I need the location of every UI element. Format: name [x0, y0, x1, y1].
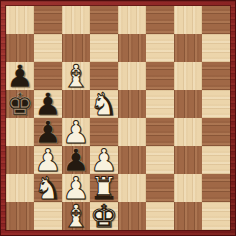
- square-a2[interactable]: [6, 174, 34, 202]
- square-h1[interactable]: [202, 202, 230, 230]
- chess-board: ♟♝♚♟♞♟♟♟♟♟♞♟♜♝♚: [6, 6, 230, 230]
- square-d1[interactable]: ♚: [90, 202, 118, 230]
- square-g4[interactable]: [174, 118, 202, 146]
- square-h3[interactable]: [202, 146, 230, 174]
- white-knight-b2[interactable]: ♞: [34, 174, 62, 202]
- square-f6[interactable]: [146, 62, 174, 90]
- square-f3[interactable]: [146, 146, 174, 174]
- square-f1[interactable]: [146, 202, 174, 230]
- square-g6[interactable]: [174, 62, 202, 90]
- white-knight-d5[interactable]: ♞: [90, 90, 118, 118]
- square-e2[interactable]: [118, 174, 146, 202]
- square-d7[interactable]: [90, 34, 118, 62]
- board-frame: ♟♝♚♟♞♟♟♟♟♟♞♟♜♝♚: [0, 0, 236, 236]
- square-a4[interactable]: [6, 118, 34, 146]
- square-b1[interactable]: [34, 202, 62, 230]
- square-h5[interactable]: [202, 90, 230, 118]
- square-b8[interactable]: [34, 6, 62, 34]
- square-g2[interactable]: [174, 174, 202, 202]
- square-g1[interactable]: [174, 202, 202, 230]
- square-g8[interactable]: [174, 6, 202, 34]
- square-c8[interactable]: [62, 6, 90, 34]
- square-a8[interactable]: [6, 6, 34, 34]
- square-f2[interactable]: [146, 174, 174, 202]
- square-h4[interactable]: [202, 118, 230, 146]
- square-h7[interactable]: [202, 34, 230, 62]
- square-e1[interactable]: [118, 202, 146, 230]
- square-e6[interactable]: [118, 62, 146, 90]
- square-h8[interactable]: [202, 6, 230, 34]
- square-e5[interactable]: [118, 90, 146, 118]
- square-f8[interactable]: [146, 6, 174, 34]
- square-g3[interactable]: [174, 146, 202, 174]
- square-f4[interactable]: [146, 118, 174, 146]
- square-b7[interactable]: [34, 34, 62, 62]
- square-e4[interactable]: [118, 118, 146, 146]
- square-d8[interactable]: [90, 6, 118, 34]
- square-g5[interactable]: [174, 90, 202, 118]
- square-h2[interactable]: [202, 174, 230, 202]
- square-f5[interactable]: [146, 90, 174, 118]
- square-a1[interactable]: [6, 202, 34, 230]
- square-g7[interactable]: [174, 34, 202, 62]
- square-c6[interactable]: ♝: [62, 62, 90, 90]
- white-king-d1[interactable]: ♚: [90, 202, 118, 230]
- white-bishop-c1[interactable]: ♝: [62, 202, 90, 230]
- square-d5[interactable]: ♞: [90, 90, 118, 118]
- white-bishop-c6[interactable]: ♝: [62, 62, 90, 90]
- square-b2[interactable]: ♞: [34, 174, 62, 202]
- square-a3[interactable]: [6, 146, 34, 174]
- square-a5[interactable]: ♚: [6, 90, 34, 118]
- square-e3[interactable]: [118, 146, 146, 174]
- square-h6[interactable]: [202, 62, 230, 90]
- black-king-a5[interactable]: ♚: [6, 90, 34, 118]
- square-e8[interactable]: [118, 6, 146, 34]
- square-f7[interactable]: [146, 34, 174, 62]
- square-c1[interactable]: ♝: [62, 202, 90, 230]
- square-e7[interactable]: [118, 34, 146, 62]
